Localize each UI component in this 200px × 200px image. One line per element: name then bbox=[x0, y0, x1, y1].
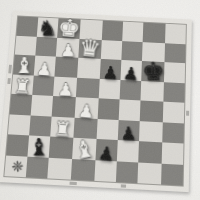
square-h2[interactable] bbox=[162, 142, 184, 164]
square-b6[interactable]: ♟ bbox=[34, 56, 56, 77]
square-d5[interactable] bbox=[76, 77, 99, 98]
square-a6[interactable]: ♝ bbox=[13, 55, 35, 76]
piece-black-pawn[interactable]: ♟ bbox=[122, 64, 139, 83]
piece-white-rook[interactable]: ♜ bbox=[52, 118, 72, 139]
square-c3[interactable]: ♜ bbox=[50, 116, 75, 138]
board-edge-mark bbox=[8, 65, 12, 74]
square-c5[interactable]: ♟ bbox=[53, 76, 77, 97]
piece-white-pawn[interactable]: ♟ bbox=[78, 101, 96, 120]
piece-black-pawn[interactable]: ♟ bbox=[97, 143, 115, 163]
square-e4[interactable] bbox=[97, 98, 119, 119]
board-edge-mark bbox=[121, 184, 126, 187]
piece-black-king[interactable]: ♚ bbox=[141, 58, 165, 83]
board-grid: ♞♚♟♛♝♟♟♟♚♜♟♟♜♟♝♝♟ bbox=[4, 16, 186, 185]
square-f7[interactable] bbox=[121, 41, 142, 61]
piece-white-pawn[interactable]: ♟ bbox=[59, 42, 75, 59]
square-f1[interactable] bbox=[116, 161, 138, 183]
square-h1[interactable] bbox=[161, 163, 183, 185]
square-d7[interactable]: ♛ bbox=[79, 39, 102, 59]
piece-white-queen[interactable]: ♛ bbox=[78, 36, 102, 62]
square-f6[interactable]: ♟ bbox=[120, 60, 141, 81]
board-edge-mark bbox=[186, 111, 189, 116]
square-f3[interactable]: ♟ bbox=[117, 120, 139, 142]
square-h7[interactable] bbox=[164, 43, 185, 63]
board-edge-mark bbox=[7, 78, 10, 84]
piece-black-bishop[interactable]: ♝ bbox=[28, 135, 49, 159]
square-a3[interactable] bbox=[8, 114, 31, 136]
square-h6[interactable] bbox=[164, 62, 185, 83]
corner-emblem-icon: ❈ bbox=[7, 155, 28, 176]
piece-black-knight[interactable]: ♞ bbox=[38, 17, 58, 39]
chess-board: ♞♚♟♛♝♟♟♟♚♜♟♟♜♟♝♝♟ ❈ bbox=[0, 11, 192, 193]
square-g3[interactable] bbox=[139, 121, 163, 143]
square-f8[interactable] bbox=[122, 22, 143, 42]
square-h3[interactable] bbox=[162, 122, 184, 144]
square-g1[interactable] bbox=[137, 162, 162, 184]
piece-black-pawn[interactable]: ♟ bbox=[120, 125, 136, 143]
square-g2[interactable] bbox=[138, 141, 162, 163]
square-e3[interactable] bbox=[96, 118, 118, 140]
piece-black-pawn[interactable]: ♟ bbox=[102, 63, 119, 81]
square-a8[interactable] bbox=[16, 16, 38, 36]
square-h4[interactable] bbox=[163, 102, 184, 123]
piece-white-bishop[interactable]: ♝ bbox=[14, 55, 35, 77]
square-b2[interactable]: ♝ bbox=[27, 135, 50, 157]
square-b8[interactable]: ♞ bbox=[37, 17, 59, 37]
piece-white-king[interactable]: ♚ bbox=[57, 15, 82, 41]
square-e6[interactable]: ♟ bbox=[99, 59, 121, 80]
square-c1[interactable] bbox=[47, 157, 72, 179]
square-g6[interactable]: ♚ bbox=[141, 61, 165, 82]
square-g8[interactable] bbox=[142, 23, 165, 43]
square-e7[interactable] bbox=[101, 40, 122, 60]
square-a2[interactable] bbox=[6, 134, 29, 156]
board-edge-mark bbox=[69, 182, 76, 186]
square-a5[interactable]: ♜ bbox=[11, 74, 33, 95]
square-f4[interactable] bbox=[118, 99, 140, 120]
square-d4[interactable]: ♟ bbox=[75, 97, 98, 118]
piece-white-pawn[interactable]: ♟ bbox=[57, 81, 74, 99]
square-e2[interactable]: ♟ bbox=[95, 139, 117, 161]
square-h8[interactable] bbox=[165, 24, 186, 44]
piece-white-rook[interactable]: ♜ bbox=[13, 77, 32, 97]
square-h5[interactable] bbox=[163, 82, 184, 103]
square-e8[interactable] bbox=[102, 21, 123, 41]
square-c8[interactable]: ♚ bbox=[57, 18, 81, 38]
square-d2[interactable]: ♝ bbox=[72, 138, 96, 160]
square-b4[interactable] bbox=[31, 95, 53, 116]
photo-surface: ♞♚♟♛♝♟♟♟♚♜♟♟♜♟♝♝♟ ❈ bbox=[0, 0, 200, 200]
piece-white-bishop[interactable]: ♝ bbox=[72, 136, 97, 163]
square-g4[interactable] bbox=[139, 100, 163, 121]
piece-white-pawn[interactable]: ♟ bbox=[36, 60, 54, 78]
